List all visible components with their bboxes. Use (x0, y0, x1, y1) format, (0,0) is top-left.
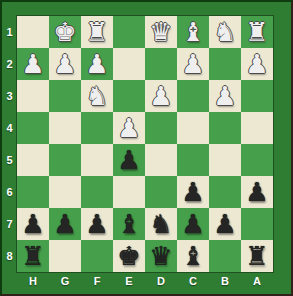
square-d5[interactable] (145, 144, 177, 176)
square-d6[interactable] (145, 176, 177, 208)
rank-label-4: 4 (2, 112, 17, 144)
square-e4[interactable]: ♟ (113, 112, 145, 144)
square-e3[interactable] (113, 80, 145, 112)
piece-white-pawn-c2[interactable]: ♟ (181, 48, 204, 80)
piece-white-pawn-h2[interactable]: ♟ (21, 48, 44, 80)
square-d1[interactable]: ♛ (145, 16, 177, 48)
square-d4[interactable] (145, 112, 177, 144)
piece-black-queen-d8[interactable]: ♛ (149, 240, 172, 272)
square-b5[interactable] (209, 144, 241, 176)
square-h4[interactable] (17, 112, 49, 144)
file-label-b: B (209, 272, 241, 292)
square-e8[interactable]: ♚ (113, 240, 145, 272)
rank-label-2: 2 (2, 48, 17, 80)
square-g7[interactable]: ♟ (49, 208, 81, 240)
piece-black-king-e8[interactable]: ♚ (117, 240, 140, 272)
square-h5[interactable] (17, 144, 49, 176)
square-b1[interactable]: ♞ (209, 16, 241, 48)
piece-black-pawn-h7[interactable]: ♟ (21, 208, 44, 240)
square-h8[interactable]: ♜ (17, 240, 49, 272)
square-b4[interactable] (209, 112, 241, 144)
piece-black-bishop-c8[interactable]: ♝ (181, 240, 204, 272)
piece-black-pawn-a6[interactable]: ♟ (245, 176, 268, 208)
file-label-h: H (17, 272, 49, 292)
square-c5[interactable] (177, 144, 209, 176)
piece-white-pawn-f2[interactable]: ♟ (85, 48, 108, 80)
square-c4[interactable] (177, 112, 209, 144)
piece-white-rook-a1[interactable]: ♜ (245, 16, 268, 48)
rank-label-8: 8 (2, 240, 17, 272)
square-b3[interactable]: ♟ (209, 80, 241, 112)
square-e6[interactable] (113, 176, 145, 208)
piece-white-bishop-c1[interactable]: ♝ (181, 16, 204, 48)
piece-white-rook-f1[interactable]: ♜ (85, 16, 108, 48)
square-b7[interactable]: ♟ (209, 208, 241, 240)
piece-black-pawn-g7[interactable]: ♟ (53, 208, 76, 240)
square-a6[interactable]: ♟ (241, 176, 273, 208)
piece-black-pawn-c6[interactable]: ♟ (181, 176, 204, 208)
square-a7[interactable] (241, 208, 273, 240)
square-g8[interactable] (49, 240, 81, 272)
square-f3[interactable]: ♞ (81, 80, 113, 112)
square-f7[interactable]: ♟ (81, 208, 113, 240)
piece-white-pawn-g2[interactable]: ♟ (53, 48, 76, 80)
square-a5[interactable] (241, 144, 273, 176)
rank-label-3: 3 (2, 80, 17, 112)
square-f5[interactable] (81, 144, 113, 176)
square-g6[interactable] (49, 176, 81, 208)
rank-label-1: 1 (2, 16, 17, 48)
piece-white-pawn-a2[interactable]: ♟ (245, 48, 268, 80)
square-e1[interactable] (113, 16, 145, 48)
file-label-a: A (241, 272, 273, 292)
square-c1[interactable]: ♝ (177, 16, 209, 48)
piece-black-rook-a8[interactable]: ♜ (245, 240, 268, 272)
file-label-d: D (145, 272, 177, 292)
piece-white-knight-f3[interactable]: ♞ (85, 80, 108, 112)
square-f4[interactable] (81, 112, 113, 144)
file-labels: HGFEDCBA (17, 272, 273, 292)
piece-black-pawn-f7[interactable]: ♟ (85, 208, 108, 240)
chess-board[interactable]: ♚♜♛♝♞♜♟♟♟♟♟♞♟♟♟♟♟♟♟♟♟♝♞♟♟♜♚♛♝♜ (17, 16, 273, 272)
square-c8[interactable]: ♝ (177, 240, 209, 272)
file-label-g: G (49, 272, 81, 292)
square-a3[interactable] (241, 80, 273, 112)
square-g3[interactable] (49, 80, 81, 112)
square-a2[interactable]: ♟ (241, 48, 273, 80)
square-h1[interactable] (17, 16, 49, 48)
square-h2[interactable]: ♟ (17, 48, 49, 80)
square-e7[interactable]: ♝ (113, 208, 145, 240)
chess-board-widget: 12345678 ♚♜♛♝♞♜♟♟♟♟♟♞♟♟♟♟♟♟♟♟♟♝♞♟♟♜♚♛♝♜ … (0, 0, 293, 296)
square-d3[interactable]: ♟ (145, 80, 177, 112)
square-c3[interactable] (177, 80, 209, 112)
square-c7[interactable]: ♟ (177, 208, 209, 240)
square-d2[interactable] (145, 48, 177, 80)
square-b2[interactable] (209, 48, 241, 80)
rank-label-5: 5 (2, 144, 17, 176)
square-h7[interactable]: ♟ (17, 208, 49, 240)
piece-white-king-g1[interactable]: ♚ (53, 16, 76, 48)
square-b8[interactable] (209, 240, 241, 272)
piece-black-pawn-e5[interactable]: ♟ (117, 144, 140, 176)
piece-white-queen-d1[interactable]: ♛ (149, 16, 172, 48)
square-g1[interactable]: ♚ (49, 16, 81, 48)
piece-black-bishop-e7[interactable]: ♝ (117, 208, 140, 240)
square-d7[interactable]: ♞ (145, 208, 177, 240)
file-label-c: C (177, 272, 209, 292)
piece-black-rook-h8[interactable]: ♜ (21, 240, 44, 272)
square-h3[interactable] (17, 80, 49, 112)
piece-black-pawn-c7[interactable]: ♟ (181, 208, 204, 240)
file-label-f: F (81, 272, 113, 292)
square-c6[interactable]: ♟ (177, 176, 209, 208)
square-c2[interactable]: ♟ (177, 48, 209, 80)
square-a8[interactable]: ♜ (241, 240, 273, 272)
rank-label-7: 7 (2, 208, 17, 240)
square-f1[interactable]: ♜ (81, 16, 113, 48)
square-f8[interactable] (81, 240, 113, 272)
square-g2[interactable]: ♟ (49, 48, 81, 80)
rank-label-6: 6 (2, 176, 17, 208)
piece-white-pawn-d3[interactable]: ♟ (149, 80, 172, 112)
square-g5[interactable] (49, 144, 81, 176)
square-f6[interactable] (81, 176, 113, 208)
square-b6[interactable] (209, 176, 241, 208)
square-f2[interactable]: ♟ (81, 48, 113, 80)
square-e2[interactable] (113, 48, 145, 80)
square-e5[interactable]: ♟ (113, 144, 145, 176)
square-d8[interactable]: ♛ (145, 240, 177, 272)
square-a1[interactable]: ♜ (241, 16, 273, 48)
square-h6[interactable] (17, 176, 49, 208)
square-a4[interactable] (241, 112, 273, 144)
square-g4[interactable] (49, 112, 81, 144)
piece-black-pawn-b7[interactable]: ♟ (213, 208, 236, 240)
piece-black-knight-d7[interactable]: ♞ (149, 208, 172, 240)
piece-white-pawn-b3[interactable]: ♟ (213, 80, 236, 112)
rank-labels: 12345678 (2, 16, 17, 272)
piece-white-pawn-e4[interactable]: ♟ (117, 112, 140, 144)
file-label-e: E (113, 272, 145, 292)
piece-white-knight-b1[interactable]: ♞ (213, 16, 236, 48)
